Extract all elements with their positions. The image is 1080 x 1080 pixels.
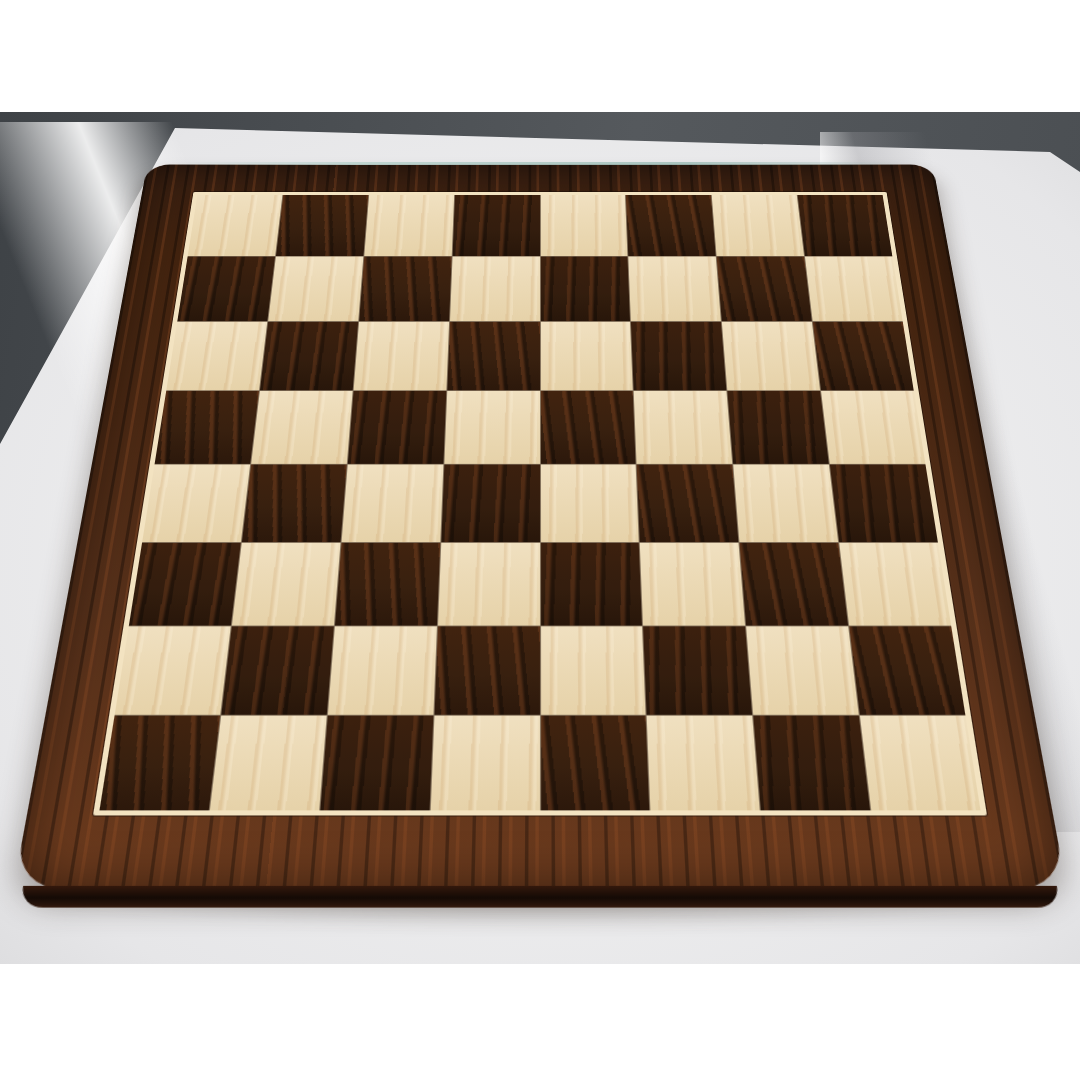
square-e7 bbox=[540, 257, 630, 322]
square-c1 bbox=[320, 716, 433, 811]
square-c4 bbox=[341, 465, 443, 542]
square-f5 bbox=[634, 391, 732, 464]
square-g6 bbox=[722, 322, 820, 390]
square-f4 bbox=[637, 465, 739, 542]
square-e5 bbox=[540, 391, 635, 464]
square-g1 bbox=[754, 716, 871, 811]
square-e3 bbox=[541, 543, 643, 626]
square-b6 bbox=[260, 322, 358, 390]
square-a8 bbox=[188, 195, 283, 256]
square-g2 bbox=[746, 626, 858, 714]
square-b8 bbox=[276, 195, 368, 256]
square-f6 bbox=[631, 322, 726, 390]
square-h8 bbox=[798, 195, 893, 256]
square-e6 bbox=[540, 322, 633, 390]
square-e1 bbox=[541, 716, 650, 811]
square-h7 bbox=[805, 257, 903, 322]
square-h2 bbox=[849, 626, 965, 714]
square-b7 bbox=[268, 257, 363, 322]
square-d1 bbox=[430, 716, 539, 811]
product-photo bbox=[0, 0, 1080, 1080]
square-h6 bbox=[813, 322, 914, 390]
square-c8 bbox=[364, 195, 454, 256]
square-b1 bbox=[210, 716, 327, 811]
square-d7 bbox=[450, 257, 540, 322]
square-e2 bbox=[541, 626, 646, 714]
square-f1 bbox=[647, 716, 760, 811]
square-a6 bbox=[166, 322, 267, 390]
square-e4 bbox=[540, 465, 639, 542]
square-h4 bbox=[830, 465, 938, 542]
chess-board bbox=[13, 165, 1067, 890]
square-g8 bbox=[712, 195, 804, 256]
square-c3 bbox=[335, 543, 440, 626]
square-f7 bbox=[629, 257, 721, 322]
board-back-edge bbox=[170, 162, 910, 165]
square-d2 bbox=[434, 626, 539, 714]
square-f3 bbox=[640, 543, 745, 626]
square-h1 bbox=[860, 716, 980, 811]
square-d3 bbox=[438, 543, 540, 626]
square-g4 bbox=[733, 465, 838, 542]
square-d5 bbox=[444, 391, 539, 464]
square-h3 bbox=[839, 543, 951, 626]
square-c2 bbox=[328, 626, 437, 714]
square-g7 bbox=[717, 257, 812, 322]
square-c6 bbox=[353, 322, 448, 390]
board-grid bbox=[99, 195, 980, 810]
square-h5 bbox=[821, 391, 925, 464]
square-b4 bbox=[242, 465, 347, 542]
square-b5 bbox=[251, 391, 352, 464]
square-b3 bbox=[232, 543, 340, 626]
square-c5 bbox=[348, 391, 446, 464]
playing-field bbox=[93, 192, 987, 816]
square-b2 bbox=[221, 626, 333, 714]
board-front-edge bbox=[19, 886, 1061, 908]
square-f8 bbox=[626, 195, 716, 256]
square-a7 bbox=[177, 257, 275, 322]
square-a2 bbox=[115, 626, 231, 714]
square-a1 bbox=[99, 716, 219, 811]
square-f2 bbox=[643, 626, 752, 714]
square-e8 bbox=[540, 195, 627, 256]
square-a5 bbox=[155, 391, 259, 464]
square-a4 bbox=[142, 465, 250, 542]
square-d4 bbox=[441, 465, 540, 542]
square-g5 bbox=[728, 391, 829, 464]
square-c7 bbox=[359, 257, 451, 322]
square-d8 bbox=[452, 195, 539, 256]
square-a3 bbox=[129, 543, 241, 626]
square-g3 bbox=[740, 543, 848, 626]
square-d6 bbox=[447, 322, 540, 390]
